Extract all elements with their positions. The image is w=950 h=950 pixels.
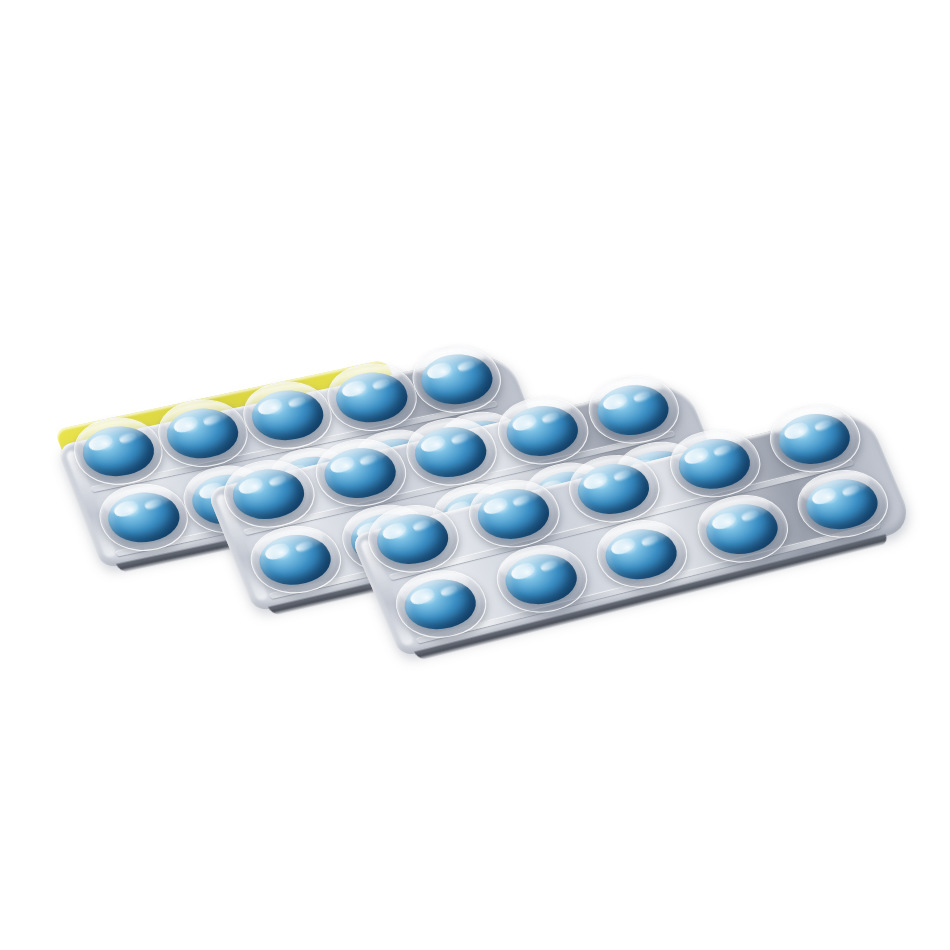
pill [75,420,162,482]
pill [498,400,585,463]
pill [251,528,338,591]
pill [407,421,494,484]
pill [396,572,484,636]
pill [329,366,416,428]
pill [698,497,786,561]
pill [413,348,500,410]
pill [225,463,312,526]
pill [597,522,685,586]
photo-canvas: Three overlapping transparent-silver bli… [0,0,950,950]
pill [569,457,657,521]
pill [589,379,676,442]
pill [159,402,246,464]
pill [316,442,403,505]
pill [369,507,457,571]
pill [244,384,331,446]
pill [670,432,758,496]
pill [798,472,886,536]
pill [469,482,557,546]
blister-pack-scene [0,0,950,950]
pill [100,486,187,548]
pill [770,407,858,471]
pill [497,547,585,611]
